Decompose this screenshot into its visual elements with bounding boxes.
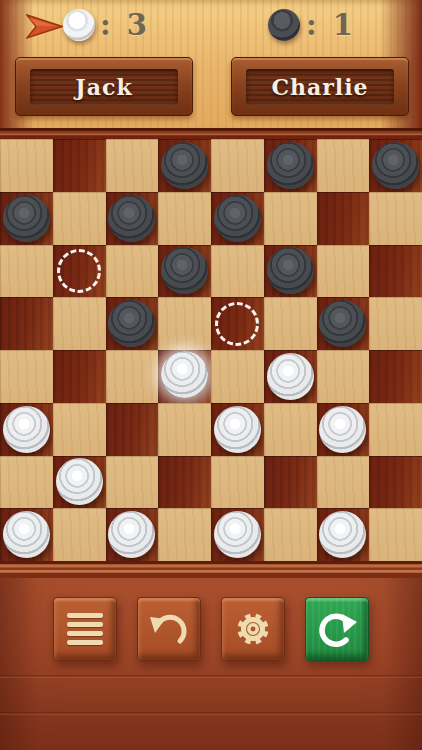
square-r3c1 (53, 297, 106, 350)
redo-circle-icon (312, 604, 362, 654)
black-piece[interactable] (3, 195, 50, 242)
square-r0c6 (317, 139, 370, 192)
square-r1c4[interactable] (211, 192, 264, 245)
square-r7c1 (53, 508, 106, 561)
square-r4c4 (211, 350, 264, 403)
square-r3c2[interactable] (106, 297, 159, 350)
black-piece[interactable] (161, 142, 208, 189)
player-plate-white: Jack (15, 57, 193, 116)
player-plate-black: Charlie (231, 57, 409, 116)
square-r4c1[interactable] (53, 350, 106, 403)
square-r2c7[interactable] (369, 245, 422, 298)
square-r1c5 (264, 192, 317, 245)
black-piece[interactable] (267, 247, 314, 294)
square-r6c0 (0, 456, 53, 509)
square-r7c7 (369, 508, 422, 561)
app-screen: : 3 : 1 Jack Charlie (0, 0, 422, 750)
square-r1c3 (158, 192, 211, 245)
undo-button[interactable] (137, 597, 201, 661)
square-r7c5 (264, 508, 317, 561)
white-piece[interactable] (56, 458, 103, 505)
square-r3c4[interactable] (211, 297, 264, 350)
square-r1c0[interactable] (0, 192, 53, 245)
square-r4c3[interactable] (158, 350, 211, 403)
square-r0c2 (106, 139, 159, 192)
header: : 3 : 1 Jack Charlie (0, 0, 422, 128)
square-r5c1 (53, 403, 106, 456)
footer (0, 561, 422, 750)
square-r0c7[interactable] (369, 139, 422, 192)
plank-seam (0, 675, 422, 678)
move-hint[interactable] (57, 249, 101, 293)
square-r2c5[interactable] (264, 245, 317, 298)
turn-indicator-arrow (26, 13, 64, 40)
square-r7c3 (158, 508, 211, 561)
white-piece[interactable] (319, 406, 366, 453)
restart-button[interactable] (305, 597, 369, 661)
square-r3c5 (264, 297, 317, 350)
square-r4c6 (317, 350, 370, 403)
plank-seam (0, 712, 422, 715)
white-piece[interactable] (214, 406, 261, 453)
square-r7c4[interactable] (211, 508, 264, 561)
square-r1c6[interactable] (317, 192, 370, 245)
white-piece[interactable] (108, 511, 155, 558)
square-r3c3 (158, 297, 211, 350)
settings-button[interactable] (221, 597, 285, 661)
gear-icon (228, 604, 278, 654)
white-piece[interactable] (214, 511, 261, 558)
square-r3c7 (369, 297, 422, 350)
square-r5c0[interactable] (0, 403, 53, 456)
square-r0c0 (0, 139, 53, 192)
square-r2c3[interactable] (158, 245, 211, 298)
square-r7c6[interactable] (317, 508, 370, 561)
square-r5c6[interactable] (317, 403, 370, 456)
black-player-name: Charlie (271, 74, 368, 100)
square-r2c6 (317, 245, 370, 298)
white-piece[interactable] (3, 511, 50, 558)
white-player-name: Jack (75, 74, 132, 100)
square-r6c1[interactable] (53, 456, 106, 509)
hamburger-icon (67, 613, 103, 645)
square-r4c0 (0, 350, 53, 403)
black-checker-icon (268, 9, 300, 41)
checkers-board (0, 139, 422, 561)
white-checker-icon (63, 9, 95, 41)
square-r0c3[interactable] (158, 139, 211, 192)
square-r0c5[interactable] (264, 139, 317, 192)
square-r6c5[interactable] (264, 456, 317, 509)
board-frame-top (0, 128, 422, 139)
menu-button[interactable] (53, 597, 117, 661)
square-r7c2[interactable] (106, 508, 159, 561)
black-captured-count: : 1 (306, 6, 356, 44)
square-r6c7[interactable] (369, 456, 422, 509)
move-hint[interactable] (215, 302, 259, 346)
square-r5c7 (369, 403, 422, 456)
square-r1c1 (53, 192, 106, 245)
square-r3c0[interactable] (0, 297, 53, 350)
square-r1c7 (369, 192, 422, 245)
square-r4c7[interactable] (369, 350, 422, 403)
square-r6c4 (211, 456, 264, 509)
square-r1c2[interactable] (106, 192, 159, 245)
black-piece[interactable] (319, 300, 366, 347)
black-piece[interactable] (108, 300, 155, 347)
square-r4c5[interactable] (264, 350, 317, 403)
black-piece[interactable] (161, 247, 208, 294)
square-r2c1[interactable] (53, 245, 106, 298)
square-r0c4 (211, 139, 264, 192)
square-r3c6[interactable] (317, 297, 370, 350)
black-piece[interactable] (108, 195, 155, 242)
board-bottom-trim (0, 561, 422, 578)
square-r0c1[interactable] (53, 139, 106, 192)
square-r6c6 (317, 456, 370, 509)
undo-arrow-icon (144, 604, 194, 654)
black-piece[interactable] (267, 142, 314, 189)
square-r2c2 (106, 245, 159, 298)
square-r6c2 (106, 456, 159, 509)
square-r7c0[interactable] (0, 508, 53, 561)
square-r5c4[interactable] (211, 403, 264, 456)
square-r5c3 (158, 403, 211, 456)
square-r4c2 (106, 350, 159, 403)
white-piece[interactable] (3, 406, 50, 453)
black-piece[interactable] (214, 195, 261, 242)
square-r5c2[interactable] (106, 403, 159, 456)
toolbar (0, 597, 422, 661)
white-piece[interactable] (267, 353, 314, 400)
square-r6c3[interactable] (158, 456, 211, 509)
black-piece[interactable] (372, 142, 419, 189)
white-captured-count: : 3 (100, 6, 150, 44)
white-piece[interactable] (319, 511, 366, 558)
square-r2c0 (0, 245, 53, 298)
square-r5c5 (264, 403, 317, 456)
white-piece-selected[interactable] (161, 351, 208, 398)
square-r2c4 (211, 245, 264, 298)
